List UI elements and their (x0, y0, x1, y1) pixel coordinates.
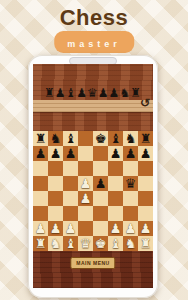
square-f7[interactable]: ♟ (108, 146, 123, 161)
square-h8[interactable]: ♜ (138, 131, 153, 146)
black-knight-g8: ♞ (123, 131, 138, 146)
black-pawn-a7: ♟ (33, 146, 48, 161)
square-g4[interactable] (123, 191, 138, 206)
black-pawn-f7: ♟ (108, 146, 123, 161)
white-pawn-a2: ♟ (33, 221, 48, 236)
square-b7[interactable]: ♟ (48, 146, 63, 161)
white-knight-b1: ♞ (48, 236, 63, 251)
square-a5[interactable] (33, 176, 48, 191)
square-g7[interactable]: ♟ (123, 146, 138, 161)
black-pawn-g7: ♟ (123, 146, 138, 161)
app-badge-label: master (67, 39, 121, 49)
white-queen-d1: ♛ (78, 236, 93, 251)
square-e6[interactable] (93, 161, 108, 176)
square-a3[interactable] (33, 206, 48, 221)
square-a7[interactable]: ♟ (33, 146, 48, 161)
square-h3[interactable] (138, 206, 153, 221)
square-g2[interactable]: ♟ (123, 221, 138, 236)
square-d8[interactable] (78, 131, 93, 146)
black-pawn-e5: ♟ (93, 176, 108, 191)
square-g3[interactable] (123, 206, 138, 221)
square-b2[interactable]: ♟ (48, 221, 63, 236)
black-bishop-f8: ♝ (108, 131, 123, 146)
white-pawn-h2: ♟ (138, 221, 153, 236)
black-knight-b8: ♞ (48, 131, 63, 146)
square-a8[interactable]: ♜ (33, 131, 48, 146)
square-h7[interactable]: ♟ (138, 146, 153, 161)
square-c3[interactable] (63, 206, 78, 221)
white-bishop-c1: ♝ (63, 236, 78, 251)
captured-black-pawn-icon: ♟ (55, 87, 66, 100)
square-f2[interactable]: ♟ (108, 221, 123, 236)
app-badge: master (54, 31, 134, 53)
white-king-e1: ♚ (93, 236, 108, 251)
square-b8[interactable]: ♞ (48, 131, 63, 146)
square-b4[interactable] (48, 191, 63, 206)
square-e1[interactable]: ♚ (93, 236, 108, 251)
captured-black-queen-icon: ♛ (87, 87, 98, 100)
black-rook-a8: ♜ (33, 131, 48, 146)
square-e8[interactable]: ♚ (93, 131, 108, 146)
square-h4[interactable] (138, 191, 153, 206)
black-queen-g5: ♛ (123, 176, 138, 191)
square-d6[interactable] (78, 161, 93, 176)
square-e7[interactable] (93, 146, 108, 161)
captured-pieces-tray: ♜♟♝♟♛♟♟♞♜ (44, 86, 140, 100)
square-c5[interactable] (63, 176, 78, 191)
square-h6[interactable] (138, 161, 153, 176)
white-pawn-c2: ♟ (63, 221, 78, 236)
square-e4[interactable] (93, 191, 108, 206)
square-g6[interactable] (123, 161, 138, 176)
black-pawn-h7: ♟ (138, 146, 153, 161)
black-rook-h8: ♜ (138, 131, 153, 146)
captured-black-bishop-icon: ♝ (66, 87, 77, 100)
square-a6[interactable] (33, 161, 48, 176)
captured-black-rook-icon: ♜ (44, 87, 55, 100)
black-king-e8: ♚ (93, 131, 108, 146)
square-g8[interactable]: ♞ (123, 131, 138, 146)
square-d1[interactable]: ♛ (78, 236, 93, 251)
square-g5[interactable]: ♛ (123, 176, 138, 191)
white-rook-h1: ♜ (138, 236, 153, 251)
square-d3[interactable] (78, 206, 93, 221)
square-h5[interactable] (138, 176, 153, 191)
white-pawn-g2: ♟ (123, 221, 138, 236)
square-e3[interactable] (93, 206, 108, 221)
undo-icon[interactable]: ↺ (140, 97, 150, 109)
square-f8[interactable]: ♝ (108, 131, 123, 146)
white-pawn-f2: ♟ (108, 221, 123, 236)
white-pawn-b2: ♟ (48, 221, 63, 236)
wood-shelf: ↺ (33, 100, 153, 112)
square-c1[interactable]: ♝ (63, 236, 78, 251)
square-f6[interactable] (108, 161, 123, 176)
game-screen: ♜♟♝♟♛♟♟♞♜ ↺ ♜♞♝♚♝♞♜♟♟♟♟♟♟♟♟♛♟♟♟♟♟♟♟♜♞♝♛♚… (33, 64, 153, 288)
square-e2[interactable] (93, 221, 108, 236)
square-b1[interactable]: ♞ (48, 236, 63, 251)
square-a1[interactable]: ♜ (33, 236, 48, 251)
square-b5[interactable] (48, 176, 63, 191)
square-f3[interactable] (108, 206, 123, 221)
square-h2[interactable]: ♟ (138, 221, 153, 236)
square-a2[interactable]: ♟ (33, 221, 48, 236)
square-c7[interactable]: ♟ (63, 146, 78, 161)
chess-board: ♜♞♝♚♝♞♜♟♟♟♟♟♟♟♟♛♟♟♟♟♟♟♟♜♞♝♛♚♝♞♜ (33, 131, 153, 251)
captured-black-pawn-icon: ♟ (98, 87, 109, 100)
captured-black-pawn-icon: ♟ (76, 87, 87, 100)
square-f4[interactable] (108, 191, 123, 206)
square-d5[interactable]: ♟ (78, 176, 93, 191)
white-pawn-d5: ♟ (78, 176, 93, 191)
square-b6[interactable] (48, 161, 63, 176)
square-c2[interactable]: ♟ (63, 221, 78, 236)
wood-background-top: ♜♟♝♟♛♟♟♞♜ ↺ (33, 64, 153, 131)
square-d2[interactable] (78, 221, 93, 236)
phone-mockup: ♜♟♝♟♛♟♟♞♜ ↺ ♜♞♝♚♝♞♜♟♟♟♟♟♟♟♟♛♟♟♟♟♟♟♟♜♞♝♛♚… (28, 55, 158, 298)
square-f1[interactable]: ♝ (108, 236, 123, 251)
square-c8[interactable]: ♝ (63, 131, 78, 146)
square-f5[interactable] (108, 176, 123, 191)
square-d7[interactable] (78, 146, 93, 161)
white-pawn-d4: ♟ (78, 191, 93, 206)
white-rook-a1: ♜ (33, 236, 48, 251)
captured-black-knight-icon: ♞ (119, 87, 130, 100)
square-c4[interactable] (63, 191, 78, 206)
app-store-screenshot: Chess master ♜♟♝♟♛♟♟♞♜ ↺ ♜♞♝♚♝♞♜♟♟♟♟♟♟♟♟… (0, 0, 188, 300)
app-title: Chess (0, 5, 188, 31)
white-bishop-f1: ♝ (108, 236, 123, 251)
square-g1[interactable]: ♞ (123, 236, 138, 251)
main-menu-button[interactable]: MAIN MENU (70, 257, 115, 269)
captured-black-pawn-icon: ♟ (109, 87, 120, 100)
square-c6[interactable] (63, 161, 78, 176)
square-d4[interactable]: ♟ (78, 191, 93, 206)
square-h1[interactable]: ♜ (138, 236, 153, 251)
wood-background-bottom: MAIN MENU (33, 251, 153, 288)
square-a4[interactable] (33, 191, 48, 206)
white-knight-g1: ♞ (123, 236, 138, 251)
square-e5[interactable]: ♟ (93, 176, 108, 191)
black-pawn-c7: ♟ (63, 146, 78, 161)
square-b3[interactable] (48, 206, 63, 221)
black-bishop-c8: ♝ (63, 131, 78, 146)
black-pawn-b7: ♟ (48, 146, 63, 161)
